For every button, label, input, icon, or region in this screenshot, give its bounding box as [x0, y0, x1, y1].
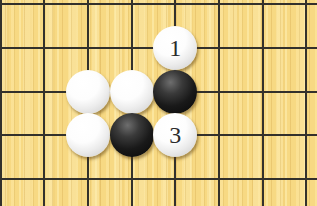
- white-stone: [110, 70, 154, 114]
- black-stone: [110, 113, 154, 157]
- grid-line-vertical-7: [305, 0, 307, 206]
- black-stone: [153, 70, 197, 114]
- white-stone: [66, 70, 110, 114]
- white-stone: [66, 113, 110, 157]
- move-number-label: 1: [169, 36, 181, 60]
- grid-line-vertical-0: [0, 0, 2, 206]
- grid-line-vertical-1: [43, 0, 45, 206]
- grid-line-horizontal-0: [0, 3, 317, 5]
- grid-line-vertical-6: [262, 0, 264, 206]
- move-number-label: 3: [169, 123, 181, 147]
- go-board[interactable]: 13: [0, 0, 317, 206]
- white-stone-move-3: 3: [153, 113, 197, 157]
- grid-line-horizontal-4: [0, 178, 317, 180]
- white-stone-move-1: 1: [153, 26, 197, 70]
- grid-line-vertical-5: [218, 0, 220, 206]
